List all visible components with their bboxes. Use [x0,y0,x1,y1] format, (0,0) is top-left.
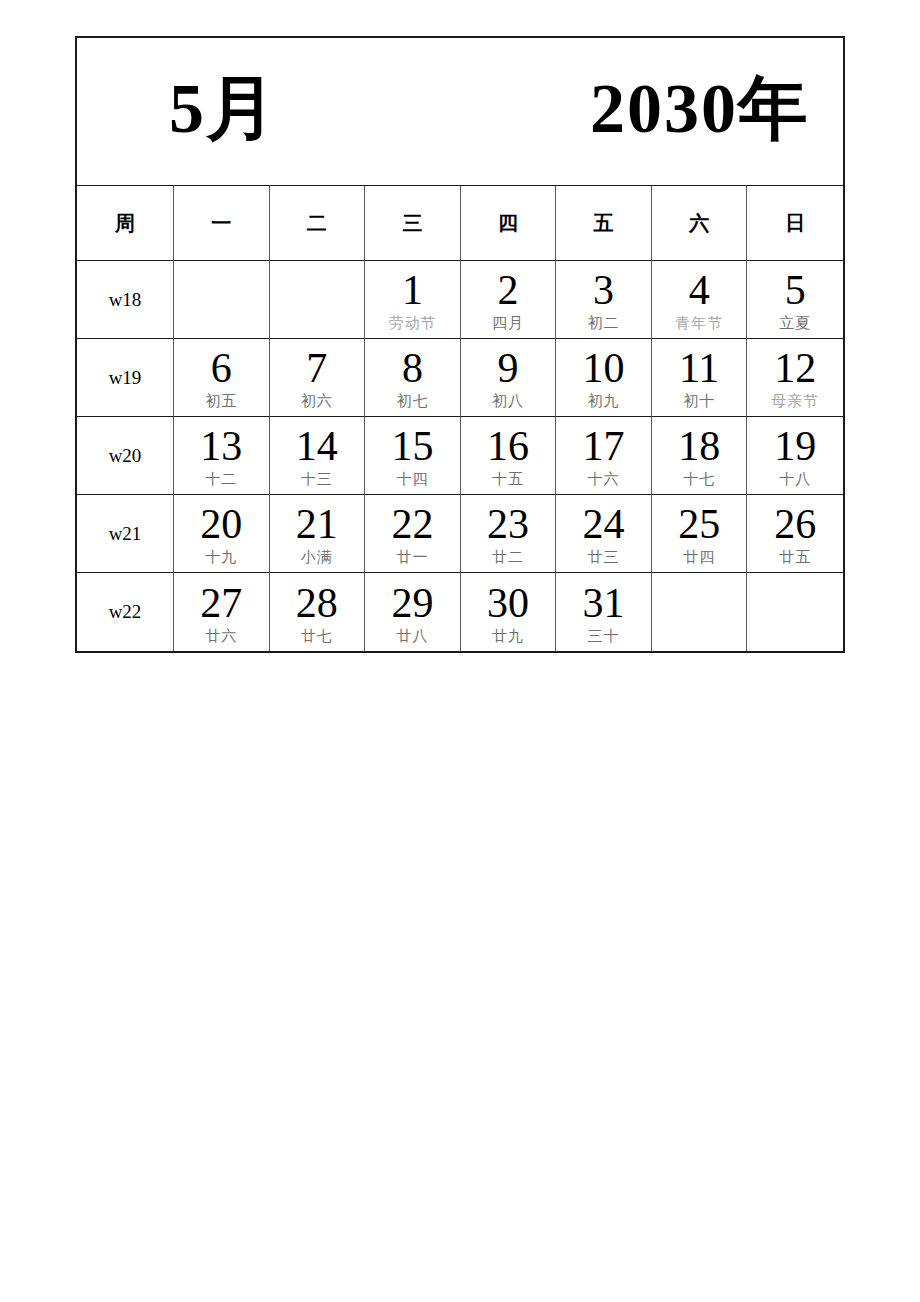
lunar-date-label: 初五 [205,392,237,410]
day-cell-15: 15十四 [365,417,461,495]
holiday-label: 母亲节 [771,392,819,410]
day-cell-24: 24廿三 [556,495,652,573]
lunar-date-label: 廿六 [205,627,237,645]
day-cell-16: 16十五 [461,417,557,495]
day-number: 27 [200,582,242,624]
header-day-fri: 五 [556,186,652,261]
day-cell-28: 28廿七 [270,573,366,651]
lunar-date-label: 廿八 [396,627,428,645]
week-number-label: w18 [77,261,174,339]
day-number: 21 [296,503,338,545]
day-number: 4 [689,269,710,311]
week-number-label: w22 [77,573,174,651]
day-cell-30: 30廿九 [461,573,557,651]
day-number: 13 [200,425,242,467]
day-number: 12 [774,347,816,389]
day-number: 16 [487,425,529,467]
day-cell-17: 17十六 [556,417,652,495]
lunar-date-label: 廿五 [779,548,811,566]
header-day-tue: 二 [270,186,366,261]
day-cell-27: 27廿六 [174,573,270,651]
day-cell-26: 26廿五 [747,495,843,573]
day-cell-22: 22廿一 [365,495,461,573]
day-cell-11: 11初十 [652,339,748,417]
day-cell-31: 31三十 [556,573,652,651]
solar-term-label: 小满 [301,548,333,566]
lunar-date-label: 十六 [588,470,620,488]
day-number: 24 [583,503,625,545]
holiday-label: 青年节 [675,314,723,332]
lunar-date-label: 十三 [301,470,333,488]
lunar-date-label: 十九 [205,548,237,566]
lunar-date-label: 十四 [396,470,428,488]
year-title: 2030年 [590,74,810,144]
day-cell-21: 21小满 [270,495,366,573]
header-week-column: 周 [77,186,174,261]
header-day-sat: 六 [652,186,748,261]
month-title: 5月 [169,74,278,144]
day-number: 3 [593,269,614,311]
week-number-label: w21 [77,495,174,573]
lunar-date-label: 十七 [683,470,715,488]
lunar-date-label: 初七 [396,392,428,410]
holiday-label: 劳动节 [388,314,436,332]
day-number: 31 [583,582,625,624]
day-number: 29 [391,582,433,624]
solar-term-label: 立夏 [779,314,811,332]
lunar-date-label: 廿四 [683,548,715,566]
empty-day-cell [747,573,843,651]
header-day-sun: 日 [747,186,843,261]
day-cell-25: 25廿四 [652,495,748,573]
header-day-wed: 三 [365,186,461,261]
lunar-date-label: 十五 [492,470,524,488]
lunar-date-label: 初二 [588,314,620,332]
lunar-date-label: 廿一 [396,548,428,566]
day-number: 2 [497,269,518,311]
lunar-date-label: 廿九 [492,627,524,645]
day-cell-7: 7初六 [270,339,366,417]
lunar-date-label: 初九 [588,392,620,410]
day-cell-6: 6初五 [174,339,270,417]
lunar-date-label: 初八 [492,392,524,410]
lunar-date-label: 四月 [492,314,524,332]
calendar-page: 5月 2030年 周一二三四五六日w181劳动节2四月3初二4青年节5立夏w19… [0,0,920,1302]
day-number: 8 [402,347,423,389]
day-number: 28 [296,582,338,624]
day-number: 20 [200,503,242,545]
day-number: 11 [679,347,719,389]
week-number-label: w19 [77,339,174,417]
lunar-date-label: 十二 [205,470,237,488]
day-cell-13: 13十二 [174,417,270,495]
day-cell-9: 9初八 [461,339,557,417]
day-cell-23: 23廿二 [461,495,557,573]
day-cell-2: 2四月 [461,261,557,339]
day-number: 26 [774,503,816,545]
day-number: 18 [678,425,720,467]
day-cell-3: 3初二 [556,261,652,339]
lunar-date-label: 廿三 [588,548,620,566]
day-number: 25 [678,503,720,545]
lunar-date-label: 廿七 [301,627,333,645]
lunar-date-label: 三十 [588,627,620,645]
day-number: 17 [583,425,625,467]
day-number: 15 [391,425,433,467]
lunar-date-label: 十八 [779,470,811,488]
empty-day-cell [652,573,748,651]
header-day-thu: 四 [461,186,557,261]
day-cell-8: 8初七 [365,339,461,417]
day-cell-19: 19十八 [747,417,843,495]
header-day-mon: 一 [174,186,270,261]
day-cell-18: 18十七 [652,417,748,495]
day-number: 7 [306,347,327,389]
lunar-date-label: 初六 [301,392,333,410]
calendar-table: 5月 2030年 周一二三四五六日w181劳动节2四月3初二4青年节5立夏w19… [75,36,845,653]
day-number: 22 [391,503,433,545]
day-cell-1: 1劳动节 [365,261,461,339]
day-cell-5: 5立夏 [747,261,843,339]
day-cell-20: 20十九 [174,495,270,573]
day-cell-12: 12母亲节 [747,339,843,417]
empty-day-cell [270,261,366,339]
lunar-date-label: 廿二 [492,548,524,566]
empty-day-cell [174,261,270,339]
lunar-date-label: 初十 [683,392,715,410]
day-cell-14: 14十三 [270,417,366,495]
day-number: 23 [487,503,529,545]
day-number: 10 [583,347,625,389]
day-number: 1 [402,269,423,311]
day-cell-29: 29廿八 [365,573,461,651]
day-number: 30 [487,582,529,624]
day-number: 6 [211,347,232,389]
day-number: 9 [497,347,518,389]
day-number: 5 [785,269,806,311]
day-number: 14 [296,425,338,467]
week-number-label: w20 [77,417,174,495]
day-number: 19 [774,425,816,467]
calendar-title-row: 5月 2030年 [77,38,843,186]
day-cell-10: 10初九 [556,339,652,417]
day-cell-4: 4青年节 [652,261,748,339]
